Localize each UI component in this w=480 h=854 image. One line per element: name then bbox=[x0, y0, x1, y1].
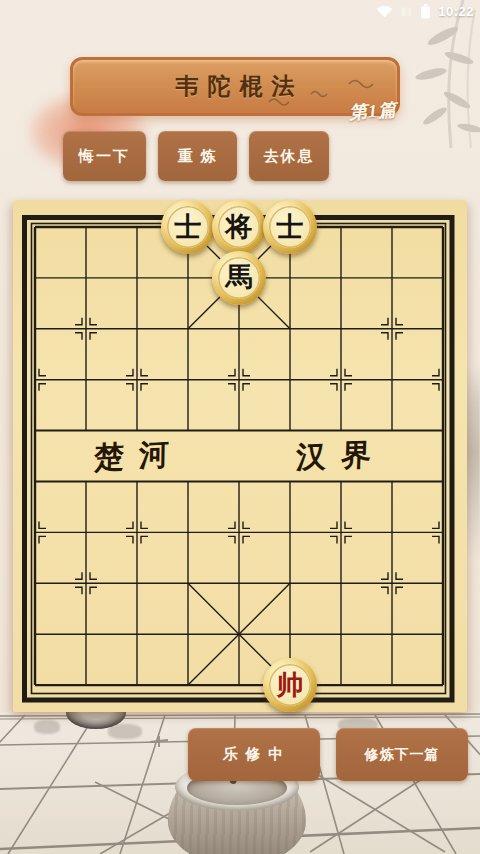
status-button[interactable]: 乐 修 中 bbox=[188, 728, 320, 781]
clock: 10:22 bbox=[438, 4, 474, 19]
wifi-icon bbox=[376, 4, 393, 18]
battery-icon bbox=[420, 4, 431, 19]
next-chapter-button[interactable]: 修炼下一篇 bbox=[336, 728, 468, 781]
faded-print-smudge bbox=[34, 720, 60, 734]
piece-red-general[interactable]: 帅 bbox=[263, 658, 317, 712]
status-bar: 10:22 bbox=[0, 0, 480, 22]
signal-icon bbox=[400, 5, 413, 18]
piece-black-horse[interactable]: 馬 bbox=[212, 251, 266, 305]
rock-texture-decoration bbox=[465, 365, 480, 560]
chapter-badge: 第1篇 bbox=[348, 97, 398, 124]
piece-black-advisor-right[interactable]: 士 bbox=[263, 200, 317, 254]
river-label-chu: 楚河 bbox=[69, 435, 199, 478]
xiangqi-board[interactable]: 楚河 汉界 士将士馬帅 bbox=[13, 200, 467, 712]
retry-button[interactable]: 重 炼 bbox=[158, 131, 237, 181]
piece-black-advisor-left[interactable]: 士 bbox=[161, 200, 215, 254]
undo-button[interactable]: 悔一下 bbox=[63, 131, 146, 181]
river-label-han: 汉界 bbox=[270, 436, 401, 477]
faded-print-smudge bbox=[108, 724, 142, 739]
rest-button[interactable]: 去休息 bbox=[249, 131, 329, 181]
piece-black-general[interactable]: 将 bbox=[212, 200, 266, 254]
